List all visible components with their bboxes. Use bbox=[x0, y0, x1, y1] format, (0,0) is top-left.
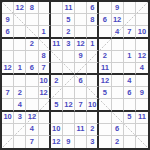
cell-r8c5[interactable] bbox=[51, 87, 63, 99]
cell-r3c6[interactable]: 2 bbox=[63, 26, 75, 38]
cell-r9c6[interactable]: 12 bbox=[63, 99, 75, 111]
cell-r6c3[interactable]: 6 bbox=[26, 63, 38, 75]
cell-r10c11[interactable]: 5 bbox=[124, 112, 136, 124]
cell-r6c6[interactable] bbox=[63, 63, 75, 75]
cell-r11c7[interactable]: 11 bbox=[75, 124, 87, 136]
cell-r12c3[interactable]: 7 bbox=[26, 136, 38, 148]
cell-r11c4[interactable] bbox=[39, 124, 51, 136]
cell-r9c7[interactable]: 7 bbox=[75, 99, 87, 111]
cell-r10c5[interactable] bbox=[51, 112, 63, 124]
cell-r5c1[interactable] bbox=[2, 51, 14, 63]
cell-r3c3[interactable] bbox=[26, 26, 38, 38]
cell-r3c1[interactable]: 6 bbox=[2, 26, 14, 38]
cell-r6c1[interactable]: 12 bbox=[2, 63, 14, 75]
cell-r5c4[interactable]: 8 bbox=[39, 51, 51, 63]
cell-r4c11[interactable] bbox=[124, 39, 136, 51]
cell-r8c12[interactable]: 9 bbox=[136, 87, 148, 99]
cell-r3c11[interactable]: 7 bbox=[124, 26, 136, 38]
cell-r8c10[interactable] bbox=[112, 87, 124, 99]
cell-r1c1[interactable] bbox=[2, 2, 14, 14]
cell-r5c3[interactable] bbox=[26, 51, 38, 63]
cell-r9c2[interactable]: 4 bbox=[14, 99, 26, 111]
cell-r12c4[interactable] bbox=[39, 136, 51, 148]
cell-r8c3[interactable] bbox=[26, 87, 38, 99]
cell-r7c3[interactable] bbox=[26, 75, 38, 87]
cell-r8c7[interactable] bbox=[75, 87, 87, 99]
cell-r2c1[interactable]: 9 bbox=[2, 14, 14, 26]
cell-r3c7[interactable] bbox=[75, 26, 87, 38]
cell-r11c5[interactable]: 10 bbox=[51, 124, 63, 136]
cell-r7c12[interactable] bbox=[136, 75, 148, 87]
cell-r5c10[interactable] bbox=[112, 51, 124, 63]
cell-r3c10[interactable]: 4 bbox=[112, 26, 124, 38]
cell-r8c4[interactable]: 12 bbox=[39, 87, 51, 99]
cell-r3c4[interactable]: 1 bbox=[39, 26, 51, 38]
cell-r8c1[interactable]: 7 bbox=[2, 87, 14, 99]
cell-r10c6[interactable] bbox=[63, 112, 75, 124]
cell-r6c12[interactable]: 4 bbox=[136, 63, 148, 75]
cell-r5c8[interactable] bbox=[87, 51, 99, 63]
cell-r1c4[interactable] bbox=[39, 2, 51, 14]
cell-r10c4[interactable] bbox=[39, 112, 51, 124]
cell-r4c4[interactable] bbox=[39, 39, 51, 51]
cell-r4c7[interactable]: 12 bbox=[75, 39, 87, 51]
cell-r4c2[interactable] bbox=[14, 39, 26, 51]
cell-r2c5[interactable] bbox=[51, 14, 63, 26]
cell-r2c7[interactable] bbox=[75, 14, 87, 26]
cell-r5c9[interactable]: 2 bbox=[99, 51, 111, 63]
cell-r4c10[interactable] bbox=[112, 39, 124, 51]
cell-r11c3[interactable]: 4 bbox=[26, 124, 38, 136]
cell-r6c8[interactable] bbox=[87, 63, 99, 75]
cell-r2c2[interactable] bbox=[14, 14, 26, 26]
cell-r2c11[interactable] bbox=[124, 14, 136, 26]
cell-r5c2[interactable] bbox=[14, 51, 26, 63]
cell-r4c6[interactable]: 3 bbox=[63, 39, 75, 51]
cell-r6c7[interactable] bbox=[75, 63, 87, 75]
cell-r6c5[interactable] bbox=[51, 63, 63, 75]
cell-r10c12[interactable]: 11 bbox=[136, 112, 148, 124]
cell-r9c4[interactable] bbox=[39, 99, 51, 111]
cell-r4c3[interactable]: 2 bbox=[26, 39, 38, 51]
cell-r1c7[interactable] bbox=[75, 2, 87, 14]
cell-r11c12[interactable] bbox=[136, 124, 148, 136]
cell-r11c2[interactable] bbox=[14, 124, 26, 136]
cell-r7c4[interactable]: 10 bbox=[39, 75, 51, 87]
cell-r1c2[interactable]: 12 bbox=[14, 2, 26, 14]
cell-r5c11[interactable]: 1 bbox=[124, 51, 136, 63]
cell-r4c1[interactable] bbox=[2, 39, 14, 51]
cell-r12c10[interactable]: 2 bbox=[112, 136, 124, 148]
cell-r7c11[interactable]: 4 bbox=[124, 75, 136, 87]
cell-r1c9[interactable] bbox=[99, 2, 111, 14]
cell-r5c7[interactable]: 9 bbox=[75, 51, 87, 63]
cell-r6c9[interactable]: 11 bbox=[99, 63, 111, 75]
cell-r2c12[interactable] bbox=[136, 14, 148, 26]
cell-r7c7[interactable]: 6 bbox=[75, 75, 87, 87]
cell-r6c4[interactable]: 7 bbox=[39, 63, 51, 75]
cell-r4c9[interactable] bbox=[99, 39, 111, 51]
cell-r2c6[interactable]: 5 bbox=[63, 14, 75, 26]
cell-r5c12[interactable]: 12 bbox=[136, 51, 148, 63]
cell-r5c5[interactable] bbox=[51, 51, 63, 63]
cell-r2c3[interactable] bbox=[26, 14, 38, 26]
cell-r12c7[interactable] bbox=[75, 136, 87, 148]
cell-r1c8[interactable]: 6 bbox=[87, 2, 99, 14]
cell-r9c9[interactable] bbox=[99, 99, 111, 111]
sudoku-board: 1281169958612612471021131218921121216711… bbox=[0, 0, 150, 150]
cell-r2c8[interactable]: 8 bbox=[87, 14, 99, 26]
cell-r8c8[interactable] bbox=[87, 87, 99, 99]
cell-r12c5[interactable]: 12 bbox=[51, 136, 63, 148]
cell-r11c8[interactable]: 2 bbox=[87, 124, 99, 136]
cell-r3c12[interactable]: 10 bbox=[136, 26, 148, 38]
cell-r11c6[interactable] bbox=[63, 124, 75, 136]
cell-r5c6[interactable] bbox=[63, 51, 75, 63]
cell-r9c5[interactable]: 5 bbox=[51, 99, 63, 111]
cell-r9c12[interactable] bbox=[136, 99, 148, 111]
cell-r7c6[interactable] bbox=[63, 75, 75, 87]
cell-r4c12[interactable] bbox=[136, 39, 148, 51]
cell-r1c3[interactable]: 8 bbox=[26, 2, 38, 14]
cell-r2c4[interactable] bbox=[39, 14, 51, 26]
cell-r3c2[interactable] bbox=[14, 26, 26, 38]
cell-r6c10[interactable] bbox=[112, 63, 124, 75]
cell-r1c12[interactable] bbox=[136, 2, 148, 14]
cell-r7c2[interactable] bbox=[14, 75, 26, 87]
cell-r6c11[interactable] bbox=[124, 63, 136, 75]
cell-r12c6[interactable]: 9 bbox=[63, 136, 75, 148]
cell-r3c5[interactable] bbox=[51, 26, 63, 38]
cell-r8c11[interactable]: 6 bbox=[124, 87, 136, 99]
cell-r12c1[interactable] bbox=[2, 136, 14, 148]
cell-r12c11[interactable] bbox=[124, 136, 136, 148]
cell-r9c11[interactable] bbox=[124, 99, 136, 111]
cell-r8c2[interactable]: 2 bbox=[14, 87, 26, 99]
cell-r10c3[interactable]: 12 bbox=[26, 112, 38, 124]
cell-r4c5[interactable]: 11 bbox=[51, 39, 63, 51]
cell-r10c1[interactable]: 10 bbox=[2, 112, 14, 124]
cell-r1c11[interactable] bbox=[124, 2, 136, 14]
cell-r12c2[interactable] bbox=[14, 136, 26, 148]
cell-r3c8[interactable] bbox=[87, 26, 99, 38]
cell-r7c1[interactable] bbox=[2, 75, 14, 87]
cell-r9c3[interactable] bbox=[26, 99, 38, 111]
cell-r10c9[interactable] bbox=[99, 112, 111, 124]
cell-r3c9[interactable] bbox=[99, 26, 111, 38]
cell-r8c6[interactable] bbox=[63, 87, 75, 99]
cell-r7c5[interactable]: 2 bbox=[51, 75, 63, 87]
cell-r9c8[interactable]: 10 bbox=[87, 99, 99, 111]
cell-r10c10[interactable] bbox=[112, 112, 124, 124]
cell-r12c8[interactable]: 3 bbox=[87, 136, 99, 148]
cell-r12c9[interactable] bbox=[99, 136, 111, 148]
cell-r7c10[interactable] bbox=[112, 75, 124, 87]
cell-r10c8[interactable] bbox=[87, 112, 99, 124]
cell-r7c8[interactable] bbox=[87, 75, 99, 87]
cell-r9c10[interactable] bbox=[112, 99, 124, 111]
cell-r2c9[interactable]: 6 bbox=[99, 14, 111, 26]
sudoku-grid: 1281169958612612471021131218921121216711… bbox=[2, 2, 148, 148]
cell-r1c6[interactable]: 11 bbox=[63, 2, 75, 14]
cell-r1c5[interactable] bbox=[51, 2, 63, 14]
cell-r8c9[interactable]: 5 bbox=[99, 87, 111, 99]
cell-r9c1[interactable] bbox=[2, 99, 14, 111]
cell-r11c10[interactable]: 6 bbox=[112, 124, 124, 136]
cell-r4c8[interactable]: 1 bbox=[87, 39, 99, 51]
cell-r2c10[interactable]: 12 bbox=[112, 14, 124, 26]
cell-r7c9[interactable]: 12 bbox=[99, 75, 111, 87]
cell-r1c10[interactable]: 9 bbox=[112, 2, 124, 14]
cell-r11c1[interactable] bbox=[2, 124, 14, 136]
cell-r11c11[interactable] bbox=[124, 124, 136, 136]
cell-r11c9[interactable] bbox=[99, 124, 111, 136]
cell-r10c7[interactable] bbox=[75, 112, 87, 124]
cell-r10c2[interactable]: 3 bbox=[14, 112, 26, 124]
cell-r6c2[interactable]: 1 bbox=[14, 63, 26, 75]
cell-r12c12[interactable] bbox=[136, 136, 148, 148]
